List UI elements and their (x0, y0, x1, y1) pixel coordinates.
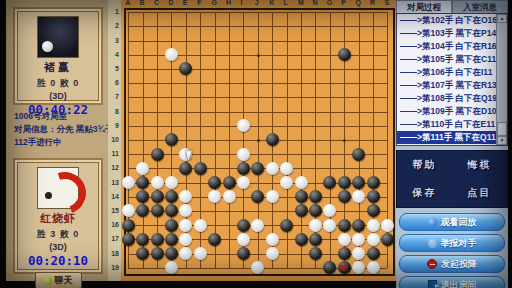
action-buttons: 观看回放举报对手发起投降退出房间 (396, 213, 508, 288)
tab-game-record[interactable]: 对局过程 (396, 0, 452, 13)
move-list-scrollbar[interactable]: ▲ ▼ (496, 14, 507, 145)
surrender-icon (427, 259, 437, 269)
shrimp-eye-icon (45, 192, 52, 199)
row-label: 16 (109, 221, 119, 228)
white-stone-J16 (251, 219, 264, 232)
menu-item-帮助[interactable]: 帮助 (413, 158, 437, 172)
bottom-player-avatar (37, 167, 79, 209)
row-label: 3 (109, 37, 119, 44)
scroll-thumb[interactable] (497, 122, 507, 136)
black-stone-F12 (194, 162, 207, 175)
black-stone-I18 (237, 247, 250, 260)
grid-line (128, 41, 387, 42)
white-stone-K12 (266, 162, 279, 175)
black-stone-C15 (151, 204, 164, 217)
column-label: L (284, 0, 288, 6)
black-stone-N14 (309, 190, 322, 203)
black-stone-P4 (338, 48, 351, 61)
column-label: D (168, 0, 173, 6)
white-stone-Q17 (352, 233, 365, 246)
top-player-name: 褚赢 (15, 60, 101, 75)
white-stone-L12 (280, 162, 293, 175)
last-move-red-triangle-marker (340, 265, 348, 272)
white-stone-I17 (237, 233, 250, 246)
play-icon (428, 218, 437, 227)
move-row[interactable]: ——>第103手 黑下在P14 (397, 27, 507, 40)
chat-icon (44, 277, 52, 285)
row-label: 5 (109, 65, 119, 72)
menu-item-悔棋[interactable]: 悔棋 (468, 158, 492, 172)
chat-button-label: 聊天 (55, 274, 73, 287)
black-stone-C14 (151, 190, 164, 203)
black-stone-R13 (367, 176, 380, 189)
black-stone-H13 (223, 176, 236, 189)
white-stone-B12 (136, 162, 149, 175)
bottom-player-timer: 00:20:10 (15, 253, 101, 268)
column-label: P (341, 0, 346, 6)
column-label: C (154, 0, 159, 6)
column-label: R (370, 0, 375, 6)
column-label: O (327, 0, 332, 6)
white-stone-K17 (266, 233, 279, 246)
action-button-退出房间[interactable]: 退出房间 (399, 276, 505, 288)
white-stone-D19 (165, 261, 178, 274)
black-stone-B17 (136, 233, 149, 246)
left-sidebar: 褚赢 胜 0 败 0 (3D) 00:40:22 1006号对局室 对局信息：分… (6, 0, 108, 281)
row-label: 15 (109, 207, 119, 214)
white-stone-K18 (266, 247, 279, 260)
room-info: 1006号对局室 对局信息：分先 黑贴3¾子 112手进行中 (14, 110, 106, 149)
black-stone-C18 (151, 247, 164, 260)
black-stone-B18 (136, 247, 149, 260)
white-stone-I9 (237, 119, 250, 132)
white-stone-icon (42, 41, 53, 52)
white-stone-D13 (165, 176, 178, 189)
bottom-player-panel: 红烧虾 胜 3 败 0 (3D) 00:20:10 聊天 (13, 158, 103, 274)
white-stone-H14 (223, 190, 236, 203)
white-stone-R19 (367, 261, 380, 274)
action-button-label: 观看回放 (441, 216, 477, 229)
top-player-rank: (3D) (15, 91, 101, 101)
row-label: 14 (109, 193, 119, 200)
white-stone-F18 (194, 247, 207, 260)
move-row[interactable]: ——>第110手 白下在E11 (397, 118, 507, 131)
move-row[interactable]: ——>第111手 黑下在Q11 (397, 131, 507, 144)
top-player-panel: 褚赢 胜 0 败 0 (3D) 00:40:22 (13, 7, 103, 105)
white-stone-R17 (367, 233, 380, 246)
game-room-window: 褚赢 胜 0 败 0 (3D) 00:40:22 1006号对局室 对局信息：分… (0, 0, 512, 288)
row-label: 8 (109, 108, 119, 115)
column-label: J (255, 0, 259, 6)
grid-line (128, 69, 387, 70)
row-label: 6 (109, 79, 119, 86)
move-row[interactable]: ——>第105手 黑下在C11 (397, 53, 507, 66)
white-stone-M13 (295, 176, 308, 189)
row-label: 12 (109, 164, 119, 171)
move-list[interactable]: ——>第102手 白下在O16——>第103手 黑下在P14——>第104手 白… (396, 13, 508, 146)
black-stone-N17 (309, 233, 322, 246)
grid-line (128, 154, 387, 155)
black-stone-D18 (165, 247, 178, 260)
black-stone-P13 (338, 176, 351, 189)
white-stone-O16 (323, 219, 336, 232)
black-stone-A16 (122, 219, 135, 232)
row-label: 7 (109, 93, 119, 100)
black-stone-P18 (338, 247, 351, 260)
column-label: S (384, 0, 389, 6)
move-row[interactable]: ——>第106手 白下在I11 (397, 66, 507, 79)
white-stone-N16 (309, 219, 322, 232)
white-stone-I11 (237, 148, 250, 161)
game-menu-panel: 帮助悔棋保存点目 (396, 150, 508, 208)
column-label: G (212, 0, 217, 6)
white-stone-Q18 (352, 247, 365, 260)
black-stone-D16 (165, 219, 178, 232)
action-button-观看回放[interactable]: 观看回放 (399, 213, 505, 231)
scroll-down-button[interactable]: ▼ (497, 136, 507, 145)
report-icon (428, 239, 437, 248)
column-label: Q (356, 0, 361, 6)
grid-line (128, 12, 387, 13)
black-stone-S17 (381, 233, 394, 246)
black-stone-Q11 (352, 148, 365, 161)
black-stone-D14 (165, 190, 178, 203)
black-stone-C17 (151, 233, 164, 246)
white-stone-R16 (367, 219, 380, 232)
black-stone-Q16 (352, 219, 365, 232)
white-stone-F16 (194, 219, 207, 232)
menu-item-点目[interactable]: 点目 (468, 186, 492, 200)
move-row[interactable]: ——>第104手 白下在R16 (397, 40, 507, 53)
black-stone-M17 (295, 233, 308, 246)
column-label: K (269, 0, 274, 6)
black-stone-R18 (367, 247, 380, 260)
black-stone-D17 (165, 233, 178, 246)
grid-line (128, 26, 387, 27)
go-board[interactable]: ABCDEFGHIJKLMNOPQRS123456789101112131415… (108, 0, 396, 281)
move-progress: 112手进行中 (14, 136, 106, 149)
column-label: B (140, 0, 145, 6)
star-point (257, 139, 260, 142)
top-player-record: 胜 0 败 0 (15, 77, 101, 90)
scroll-up-button[interactable]: ▲ (497, 14, 507, 23)
row-label: 9 (109, 122, 119, 129)
row-label: 19 (109, 264, 119, 271)
row-label: 11 (109, 150, 119, 157)
record-tabs: 对局过程入室消息 (396, 0, 508, 13)
grid-line (128, 83, 387, 84)
star-point (257, 54, 260, 57)
black-stone-P14 (338, 190, 351, 203)
action-button-label: 退出房间 (441, 279, 477, 288)
column-label: H (226, 0, 231, 6)
column-label: M (298, 0, 304, 6)
black-stone-G13 (208, 176, 221, 189)
action-button-发起投降[interactable]: 发起投降 (399, 255, 505, 273)
column-label: I (240, 0, 242, 6)
action-button-label: 发起投降 (441, 258, 477, 271)
row-label: 18 (109, 250, 119, 257)
white-stone-S16 (381, 219, 394, 232)
black-stone-L16 (280, 219, 293, 232)
white-stone-D4 (165, 48, 178, 61)
black-stone-M14 (295, 190, 308, 203)
black-stone-N18 (309, 247, 322, 260)
bottom-player-record: 胜 3 败 0 (15, 228, 101, 241)
action-button-举报对手[interactable]: 举报对手 (399, 234, 505, 252)
row-label: 17 (109, 235, 119, 242)
white-stone-K14 (266, 190, 279, 203)
move-row[interactable]: ——>第107手 黑下在R13 (397, 79, 507, 92)
action-button-label: 举报对手 (441, 237, 477, 250)
room-number: 1006号对局室 (14, 110, 106, 123)
row-label: 10 (109, 136, 119, 143)
grid-line (128, 97, 387, 98)
column-label: E (183, 0, 188, 6)
white-stone-A13 (122, 176, 135, 189)
right-sidebar: 对局过程入室消息 ——>第102手 白下在O16——>第103手 黑下在P14—… (396, 0, 508, 288)
row-label: 1 (109, 8, 119, 15)
black-stone-Q13 (352, 176, 365, 189)
column-label: N (312, 0, 317, 6)
white-stone-I13 (237, 176, 250, 189)
move-row[interactable]: ——>第109手 黑下在D10 (397, 105, 507, 118)
black-stone-R14 (367, 190, 380, 203)
white-stone-P17 (338, 233, 351, 246)
move-row[interactable]: ——>第102手 白下在O16 (397, 14, 507, 27)
black-stone-G17 (208, 233, 221, 246)
move-row[interactable]: ——>第108手 白下在Q19 (397, 92, 507, 105)
column-label: F (197, 0, 201, 6)
top-player-avatar (37, 16, 79, 58)
grid-line (128, 126, 387, 127)
grid-line (128, 112, 387, 113)
black-stone-A17 (122, 233, 135, 246)
white-stone-E16 (179, 219, 192, 232)
black-stone-B13 (136, 176, 149, 189)
row-label: 2 (109, 22, 119, 29)
black-stone-M15 (295, 204, 308, 217)
row-label: 13 (109, 179, 119, 186)
chat-button[interactable]: 聊天 (35, 272, 82, 288)
menu-item-保存[interactable]: 保存 (413, 186, 437, 200)
exit-icon (428, 280, 437, 288)
column-label: A (125, 0, 130, 6)
white-stone-L13 (280, 176, 293, 189)
black-stone-P16 (338, 219, 351, 232)
row-label: 4 (109, 51, 119, 58)
black-stone-I12 (237, 162, 250, 175)
black-stone-I16 (237, 219, 250, 232)
tab-room-messages[interactable]: 入室消息 (452, 0, 508, 13)
black-stone-C11 (151, 148, 164, 161)
bottom-player-rank: (3D) (15, 242, 101, 252)
black-stone-R15 (367, 204, 380, 217)
white-stone-C13 (151, 176, 164, 189)
move-rows: ——>第102手 白下在O16——>第103手 黑下在P14——>第104手 白… (397, 14, 507, 144)
match-rules: 对局信息：分先 黑贴3¾子 (14, 123, 106, 136)
